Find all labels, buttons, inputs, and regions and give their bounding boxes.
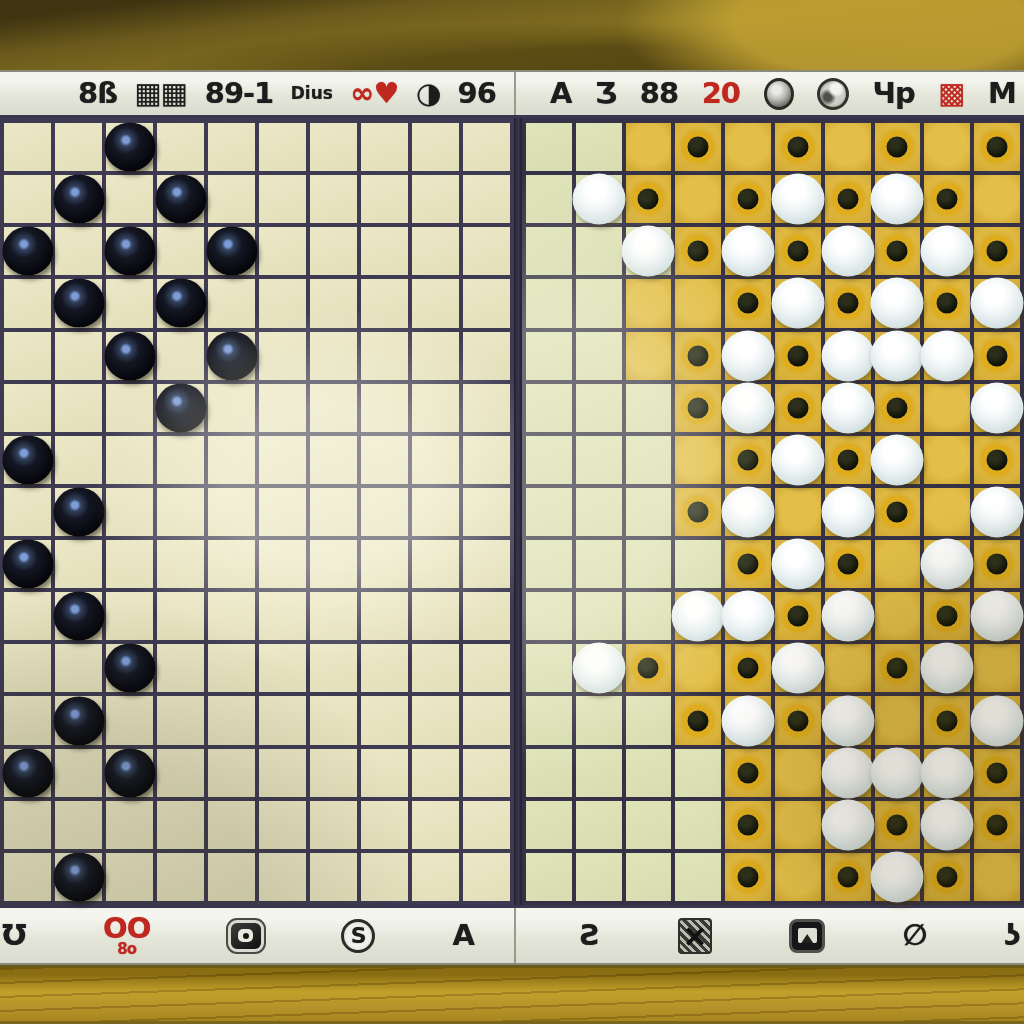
board-cell-r7c5 — [775, 488, 821, 536]
cell-dot-marker — [688, 397, 709, 418]
black-stone — [53, 696, 104, 745]
cell-dot-marker — [887, 241, 908, 262]
white-stone — [921, 330, 974, 381]
board-cell-r3c9 — [974, 279, 1020, 327]
board-cell-r8c4 — [208, 540, 255, 588]
board-cell-r13c0 — [526, 801, 572, 849]
board-cell-r10c0 — [526, 644, 572, 692]
board-cell-r7c7 — [875, 488, 921, 536]
board-cell-r13c1 — [576, 801, 622, 849]
cell-dot-marker — [688, 501, 709, 522]
board-cell-r9c4 — [208, 592, 255, 640]
board-cell-r5c2 — [626, 384, 672, 432]
white-stone — [971, 591, 1024, 642]
board-cell-r2c5 — [775, 227, 821, 275]
board-cell-r11c3 — [675, 696, 721, 744]
frame-icon-inner — [798, 928, 817, 943]
board-cell-r14c3 — [675, 853, 721, 901]
white-stone — [722, 486, 775, 537]
cell-dot-marker — [937, 189, 958, 210]
board-cell-r14c7 — [361, 853, 408, 901]
board-cell-r10c1 — [576, 644, 622, 692]
board-cell-r10c6 — [825, 644, 871, 692]
board-cell-r5c3 — [675, 384, 721, 432]
board-cell-r2c4 — [725, 227, 771, 275]
board-cell-r10c6 — [310, 644, 357, 692]
board-cell-r5c8 — [412, 384, 459, 432]
board-cell-r10c2 — [106, 644, 153, 692]
board-cell-r1c2 — [626, 175, 672, 223]
header-right-glyph-5-orb2-icon — [817, 78, 849, 110]
bottom-strip-left-board-labels: ƱOO8oSA — [0, 908, 516, 963]
cell-dot-marker — [738, 293, 759, 314]
board-cell-r9c4 — [725, 592, 771, 640]
board-cell-r3c0 — [526, 279, 572, 327]
board-cell-r1c2 — [106, 175, 153, 223]
board-cell-r4c9 — [463, 332, 510, 380]
board-cell-r5c9 — [974, 384, 1020, 432]
board-cell-r2c1 — [576, 227, 622, 275]
board-cell-r3c4 — [208, 279, 255, 327]
header-right-glyph-7-stamp: ▩ — [938, 79, 964, 108]
board-cell-r3c0 — [4, 279, 51, 327]
header-right-glyph-4-orb-icon — [764, 78, 794, 110]
board-cell-r6c3 — [157, 436, 204, 484]
white-stone — [722, 226, 775, 277]
board-cell-r1c4 — [725, 175, 771, 223]
board-cell-r9c0 — [4, 592, 51, 640]
board-cell-r0c0 — [4, 123, 51, 171]
white-stone — [622, 226, 675, 277]
white-stone — [821, 747, 874, 798]
board-cell-r13c0 — [4, 801, 51, 849]
white-stone — [871, 851, 924, 902]
white-stone — [971, 382, 1024, 433]
cell-dot-marker — [987, 137, 1008, 158]
board-cell-r6c8 — [412, 436, 459, 484]
board-cell-r5c7 — [875, 384, 921, 432]
board-cell-r0c5 — [775, 123, 821, 171]
board-cell-r6c2 — [106, 436, 153, 484]
black-stone — [155, 383, 206, 432]
black-stone — [206, 331, 257, 380]
cell-dot-marker — [837, 449, 858, 470]
board-cell-r9c7 — [361, 592, 408, 640]
board-cell-r4c2 — [626, 332, 672, 380]
cell-dot-marker — [638, 189, 659, 210]
white-stone — [821, 226, 874, 277]
board-cell-r12c7 — [361, 749, 408, 797]
footer-right-glyph-0-stamp: Ƨ — [580, 921, 600, 950]
board-cell-r9c7 — [875, 592, 921, 640]
board-cell-r8c8 — [412, 540, 459, 588]
cell-dot-marker — [887, 501, 908, 522]
board-cell-r13c1 — [55, 801, 102, 849]
cell-dot-marker — [738, 189, 759, 210]
black-stone — [104, 748, 155, 797]
board-cell-r14c0 — [526, 853, 572, 901]
board-cell-r5c0 — [4, 384, 51, 432]
board-cell-r5c6 — [825, 384, 871, 432]
board-cell-r6c4 — [725, 436, 771, 484]
board-cell-r1c7 — [875, 175, 921, 223]
black-stone — [2, 540, 53, 589]
board-cell-r4c4 — [208, 332, 255, 380]
white-stone — [722, 695, 775, 746]
black-stone — [53, 852, 104, 901]
board-cell-r12c8 — [924, 749, 970, 797]
board-cell-r12c3 — [675, 749, 721, 797]
wood-table-top — [0, 0, 1024, 70]
board-cell-r7c8 — [412, 488, 459, 536]
board-cell-r3c2 — [626, 279, 672, 327]
board-cell-r10c3 — [675, 644, 721, 692]
board-cell-r0c0 — [526, 123, 572, 171]
black-stone — [53, 175, 104, 224]
board-cell-r1c5 — [259, 175, 306, 223]
board-cell-r7c3 — [157, 488, 204, 536]
header-right-glyph-2-stamp: 88 — [640, 79, 678, 108]
black-stone — [104, 227, 155, 276]
cell-dot-marker — [688, 345, 709, 366]
board-cell-r10c2 — [626, 644, 672, 692]
footer-left-glyph-1-stamp: OO8o — [103, 914, 150, 957]
board-cell-r14c8 — [412, 853, 459, 901]
board-cell-r7c0 — [526, 488, 572, 536]
board-cell-r12c0 — [526, 749, 572, 797]
board-cell-r9c3 — [157, 592, 204, 640]
board-cell-r10c9 — [463, 644, 510, 692]
board-cell-r5c1 — [55, 384, 102, 432]
board-cell-r13c7 — [875, 801, 921, 849]
board-cell-r10c5 — [775, 644, 821, 692]
cell-dot-marker — [738, 866, 759, 887]
board-cell-r12c0 — [4, 749, 51, 797]
board-cell-r0c3 — [675, 123, 721, 171]
board-cell-r9c0 — [526, 592, 572, 640]
board-cell-r13c9 — [463, 801, 510, 849]
board-cell-r13c3 — [157, 801, 204, 849]
white-stone — [871, 747, 924, 798]
white-stone — [871, 278, 924, 329]
board-cell-r6c9 — [974, 436, 1020, 484]
board-cell-r2c4 — [208, 227, 255, 275]
board-cell-r0c5 — [259, 123, 306, 171]
board-cell-r14c2 — [626, 853, 672, 901]
board-cell-r11c7 — [875, 696, 921, 744]
board-cell-r6c7 — [361, 436, 408, 484]
board-cell-r0c1 — [55, 123, 102, 171]
board-cell-r3c8 — [924, 279, 970, 327]
cell-dot-marker — [987, 345, 1008, 366]
board-cell-r8c1 — [55, 540, 102, 588]
board-cell-r10c5 — [259, 644, 306, 692]
board-cell-r3c4 — [725, 279, 771, 327]
board-cell-r6c0 — [4, 436, 51, 484]
board-cell-r11c0 — [4, 696, 51, 744]
board-cell-r3c5 — [775, 279, 821, 327]
cell-dot-marker — [787, 345, 808, 366]
board-cell-r2c3 — [157, 227, 204, 275]
board-cell-r14c8 — [924, 853, 970, 901]
footer-left-glyph-1-top: OO — [103, 914, 150, 943]
board-cell-r11c2 — [106, 696, 153, 744]
black-stone — [155, 279, 206, 328]
board-cell-r11c6 — [825, 696, 871, 744]
black-stone — [104, 644, 155, 693]
bottom-strip-right-board-labels: Ƨ×∅ʖ — [516, 908, 1022, 963]
board-cell-r6c8 — [924, 436, 970, 484]
board-cell-r1c0 — [526, 175, 572, 223]
board-cell-r2c7 — [875, 227, 921, 275]
board-cell-r0c4 — [725, 123, 771, 171]
cell-dot-marker — [837, 554, 858, 575]
black-stone — [2, 227, 53, 276]
header-left-glyph-3-stamp: Dius — [291, 85, 333, 102]
board-cell-r14c3 — [157, 853, 204, 901]
board-cell-r7c9 — [974, 488, 1020, 536]
board-cell-r9c2 — [106, 592, 153, 640]
white-stone — [771, 434, 824, 485]
board-cell-r2c2 — [626, 227, 672, 275]
board-cell-r4c3 — [157, 332, 204, 380]
board-cell-r4c4 — [725, 332, 771, 380]
board-cell-r9c1 — [55, 592, 102, 640]
footer-right-glyph-2-frame-icon — [789, 919, 825, 953]
board-cell-r4c7 — [361, 332, 408, 380]
board-cell-r9c5 — [259, 592, 306, 640]
board-cell-r5c1 — [576, 384, 622, 432]
board-cell-r11c2 — [626, 696, 672, 744]
white-stone — [921, 226, 974, 277]
board-cell-r6c4 — [208, 436, 255, 484]
cell-dot-marker — [738, 762, 759, 783]
photo-of-go-boards: 8ß▦▦89-1Dius∞♥◑96 AӠ8820Чp▩M ƱOO8oSA Ƨ×∅… — [0, 0, 1024, 1024]
board-cell-r1c1 — [576, 175, 622, 223]
white-stone — [821, 695, 874, 746]
board-cell-r5c2 — [106, 384, 153, 432]
cell-dot-marker — [937, 606, 958, 627]
board-cell-r12c4 — [725, 749, 771, 797]
board-cell-r12c2 — [626, 749, 672, 797]
white-stone — [921, 539, 974, 590]
board-cell-r4c8 — [412, 332, 459, 380]
cell-dot-marker — [787, 606, 808, 627]
white-stone — [672, 591, 725, 642]
board-cell-r5c4 — [725, 384, 771, 432]
board-cell-r7c1 — [576, 488, 622, 536]
board-cell-r7c0 — [4, 488, 51, 536]
board-cell-r8c7 — [361, 540, 408, 588]
white-stone — [821, 382, 874, 433]
header-right-glyph-1-stamp: Ӡ — [595, 79, 616, 108]
board-cell-r3c7 — [361, 279, 408, 327]
board-cell-r1c8 — [412, 175, 459, 223]
footer-left-glyph-1-bottom: 8o — [117, 943, 136, 957]
board-cell-r1c6 — [825, 175, 871, 223]
board-cell-r7c5 — [259, 488, 306, 536]
black-stone — [53, 487, 104, 536]
board-cell-r10c7 — [875, 644, 921, 692]
board-cell-r5c4 — [208, 384, 255, 432]
board-cell-r13c4 — [725, 801, 771, 849]
board-cell-r4c8 — [924, 332, 970, 380]
board-cell-r5c3 — [157, 384, 204, 432]
board-cell-r14c6 — [825, 853, 871, 901]
white-stone — [572, 643, 625, 694]
black-stone — [104, 123, 155, 172]
board-cell-r12c1 — [55, 749, 102, 797]
black-stone — [2, 435, 53, 484]
white-stone — [971, 695, 1024, 746]
board-cell-r5c6 — [310, 384, 357, 432]
board-cell-r13c5 — [775, 801, 821, 849]
white-stone — [771, 539, 824, 590]
white-stone — [771, 278, 824, 329]
board-cell-r8c0 — [4, 540, 51, 588]
board-cell-r4c0 — [526, 332, 572, 380]
cell-dot-marker — [787, 241, 808, 262]
board-cell-r14c6 — [310, 853, 357, 901]
board-cell-r6c5 — [259, 436, 306, 484]
board-cell-r6c7 — [875, 436, 921, 484]
board-cell-r10c4 — [725, 644, 771, 692]
black-stone — [2, 748, 53, 797]
board-cell-r4c6 — [825, 332, 871, 380]
camera-icon-inner — [238, 929, 253, 942]
cell-dot-marker — [937, 710, 958, 731]
board-cell-r8c0 — [526, 540, 572, 588]
board-cell-r4c5 — [775, 332, 821, 380]
board-cell-r2c1 — [55, 227, 102, 275]
board-cell-r0c9 — [463, 123, 510, 171]
cell-dot-marker — [937, 866, 958, 887]
board-cell-r8c1 — [576, 540, 622, 588]
board-cell-r0c7 — [875, 123, 921, 171]
board-cell-r8c9 — [463, 540, 510, 588]
board-cell-r8c2 — [626, 540, 672, 588]
cell-dot-marker — [688, 710, 709, 731]
board-cell-r9c3 — [675, 592, 721, 640]
board-cell-r2c8 — [412, 227, 459, 275]
board-cell-r12c5 — [775, 749, 821, 797]
board-cell-r4c0 — [4, 332, 51, 380]
board-cell-r6c2 — [626, 436, 672, 484]
board-cell-r12c6 — [825, 749, 871, 797]
cell-dot-marker — [837, 189, 858, 210]
board-cell-r12c8 — [412, 749, 459, 797]
board-cell-r9c5 — [775, 592, 821, 640]
black-stone — [53, 279, 104, 328]
board-cell-r10c1 — [55, 644, 102, 692]
board-cell-r6c6 — [310, 436, 357, 484]
board-cell-r6c3 — [675, 436, 721, 484]
top-strip-left-board-labels: 8ß▦▦89-1Dius∞♥◑96 — [0, 72, 516, 115]
white-stone — [971, 278, 1024, 329]
board-cell-r3c6 — [310, 279, 357, 327]
board-cell-r6c6 — [825, 436, 871, 484]
board-cell-r2c8 — [924, 227, 970, 275]
cell-dot-marker — [887, 137, 908, 158]
board-cell-r9c9 — [463, 592, 510, 640]
white-stone — [572, 174, 625, 225]
board-cell-r0c4 — [208, 123, 255, 171]
board-cell-r11c3 — [157, 696, 204, 744]
board-cell-r7c4 — [725, 488, 771, 536]
board-cell-r7c2 — [626, 488, 672, 536]
board-cell-r14c9 — [463, 853, 510, 901]
board-cell-r7c7 — [361, 488, 408, 536]
board-cell-r0c6 — [310, 123, 357, 171]
board-cell-r11c1 — [576, 696, 622, 744]
board-cell-r6c1 — [576, 436, 622, 484]
board-cell-r9c8 — [412, 592, 459, 640]
board-cell-r12c7 — [875, 749, 921, 797]
board-cell-r4c1 — [576, 332, 622, 380]
cell-dot-marker — [887, 814, 908, 835]
board-cell-r9c6 — [825, 592, 871, 640]
board-cell-r2c3 — [675, 227, 721, 275]
cell-dot-marker — [787, 710, 808, 731]
board-cell-r14c0 — [4, 853, 51, 901]
board-cell-r12c5 — [259, 749, 306, 797]
board-cell-r13c3 — [675, 801, 721, 849]
board-cell-r7c1 — [55, 488, 102, 536]
board-cell-r7c8 — [924, 488, 970, 536]
board-cell-r12c2 — [106, 749, 153, 797]
cell-dot-marker — [837, 293, 858, 314]
board-cell-r0c3 — [157, 123, 204, 171]
board-cell-r11c0 — [526, 696, 572, 744]
board-cell-r0c1 — [576, 123, 622, 171]
board-cell-r13c6 — [825, 801, 871, 849]
footer-left-glyph-2-camera-icon — [228, 920, 264, 952]
board-cell-r14c9 — [974, 853, 1020, 901]
board-cell-r10c7 — [361, 644, 408, 692]
header-left-glyph-1-stamp: ▦▦ — [134, 79, 187, 108]
board-cell-r8c3 — [675, 540, 721, 588]
board-cell-r11c4 — [725, 696, 771, 744]
board-cell-r12c3 — [157, 749, 204, 797]
board-cell-r11c7 — [361, 696, 408, 744]
cell-dot-marker — [987, 241, 1008, 262]
black-stone — [104, 331, 155, 380]
board-cell-r2c6 — [310, 227, 357, 275]
board-cell-r1c9 — [974, 175, 1020, 223]
board-cell-r0c8 — [924, 123, 970, 171]
board-cell-r5c7 — [361, 384, 408, 432]
board-cell-r6c9 — [463, 436, 510, 484]
footer-left-glyph-0-stamp: Ʊ — [2, 921, 26, 950]
board-cell-r11c6 — [310, 696, 357, 744]
board-cell-r12c9 — [974, 749, 1020, 797]
white-stone — [722, 382, 775, 433]
board-cell-r7c6 — [310, 488, 357, 536]
board-cell-r0c8 — [412, 123, 459, 171]
cell-dot-marker — [688, 137, 709, 158]
header-left-glyph-0-stamp: 8ß — [78, 79, 117, 108]
board-cell-r14c5 — [775, 853, 821, 901]
board-cell-r3c6 — [825, 279, 871, 327]
board-cell-r10c8 — [924, 644, 970, 692]
board-cell-r9c1 — [576, 592, 622, 640]
board-cell-r6c1 — [55, 436, 102, 484]
cell-dot-marker — [987, 554, 1008, 575]
header-right-glyph-0-stamp: A — [550, 79, 571, 108]
board-divider — [514, 118, 522, 905]
cell-dot-marker — [887, 397, 908, 418]
board-cell-r8c9 — [974, 540, 1020, 588]
